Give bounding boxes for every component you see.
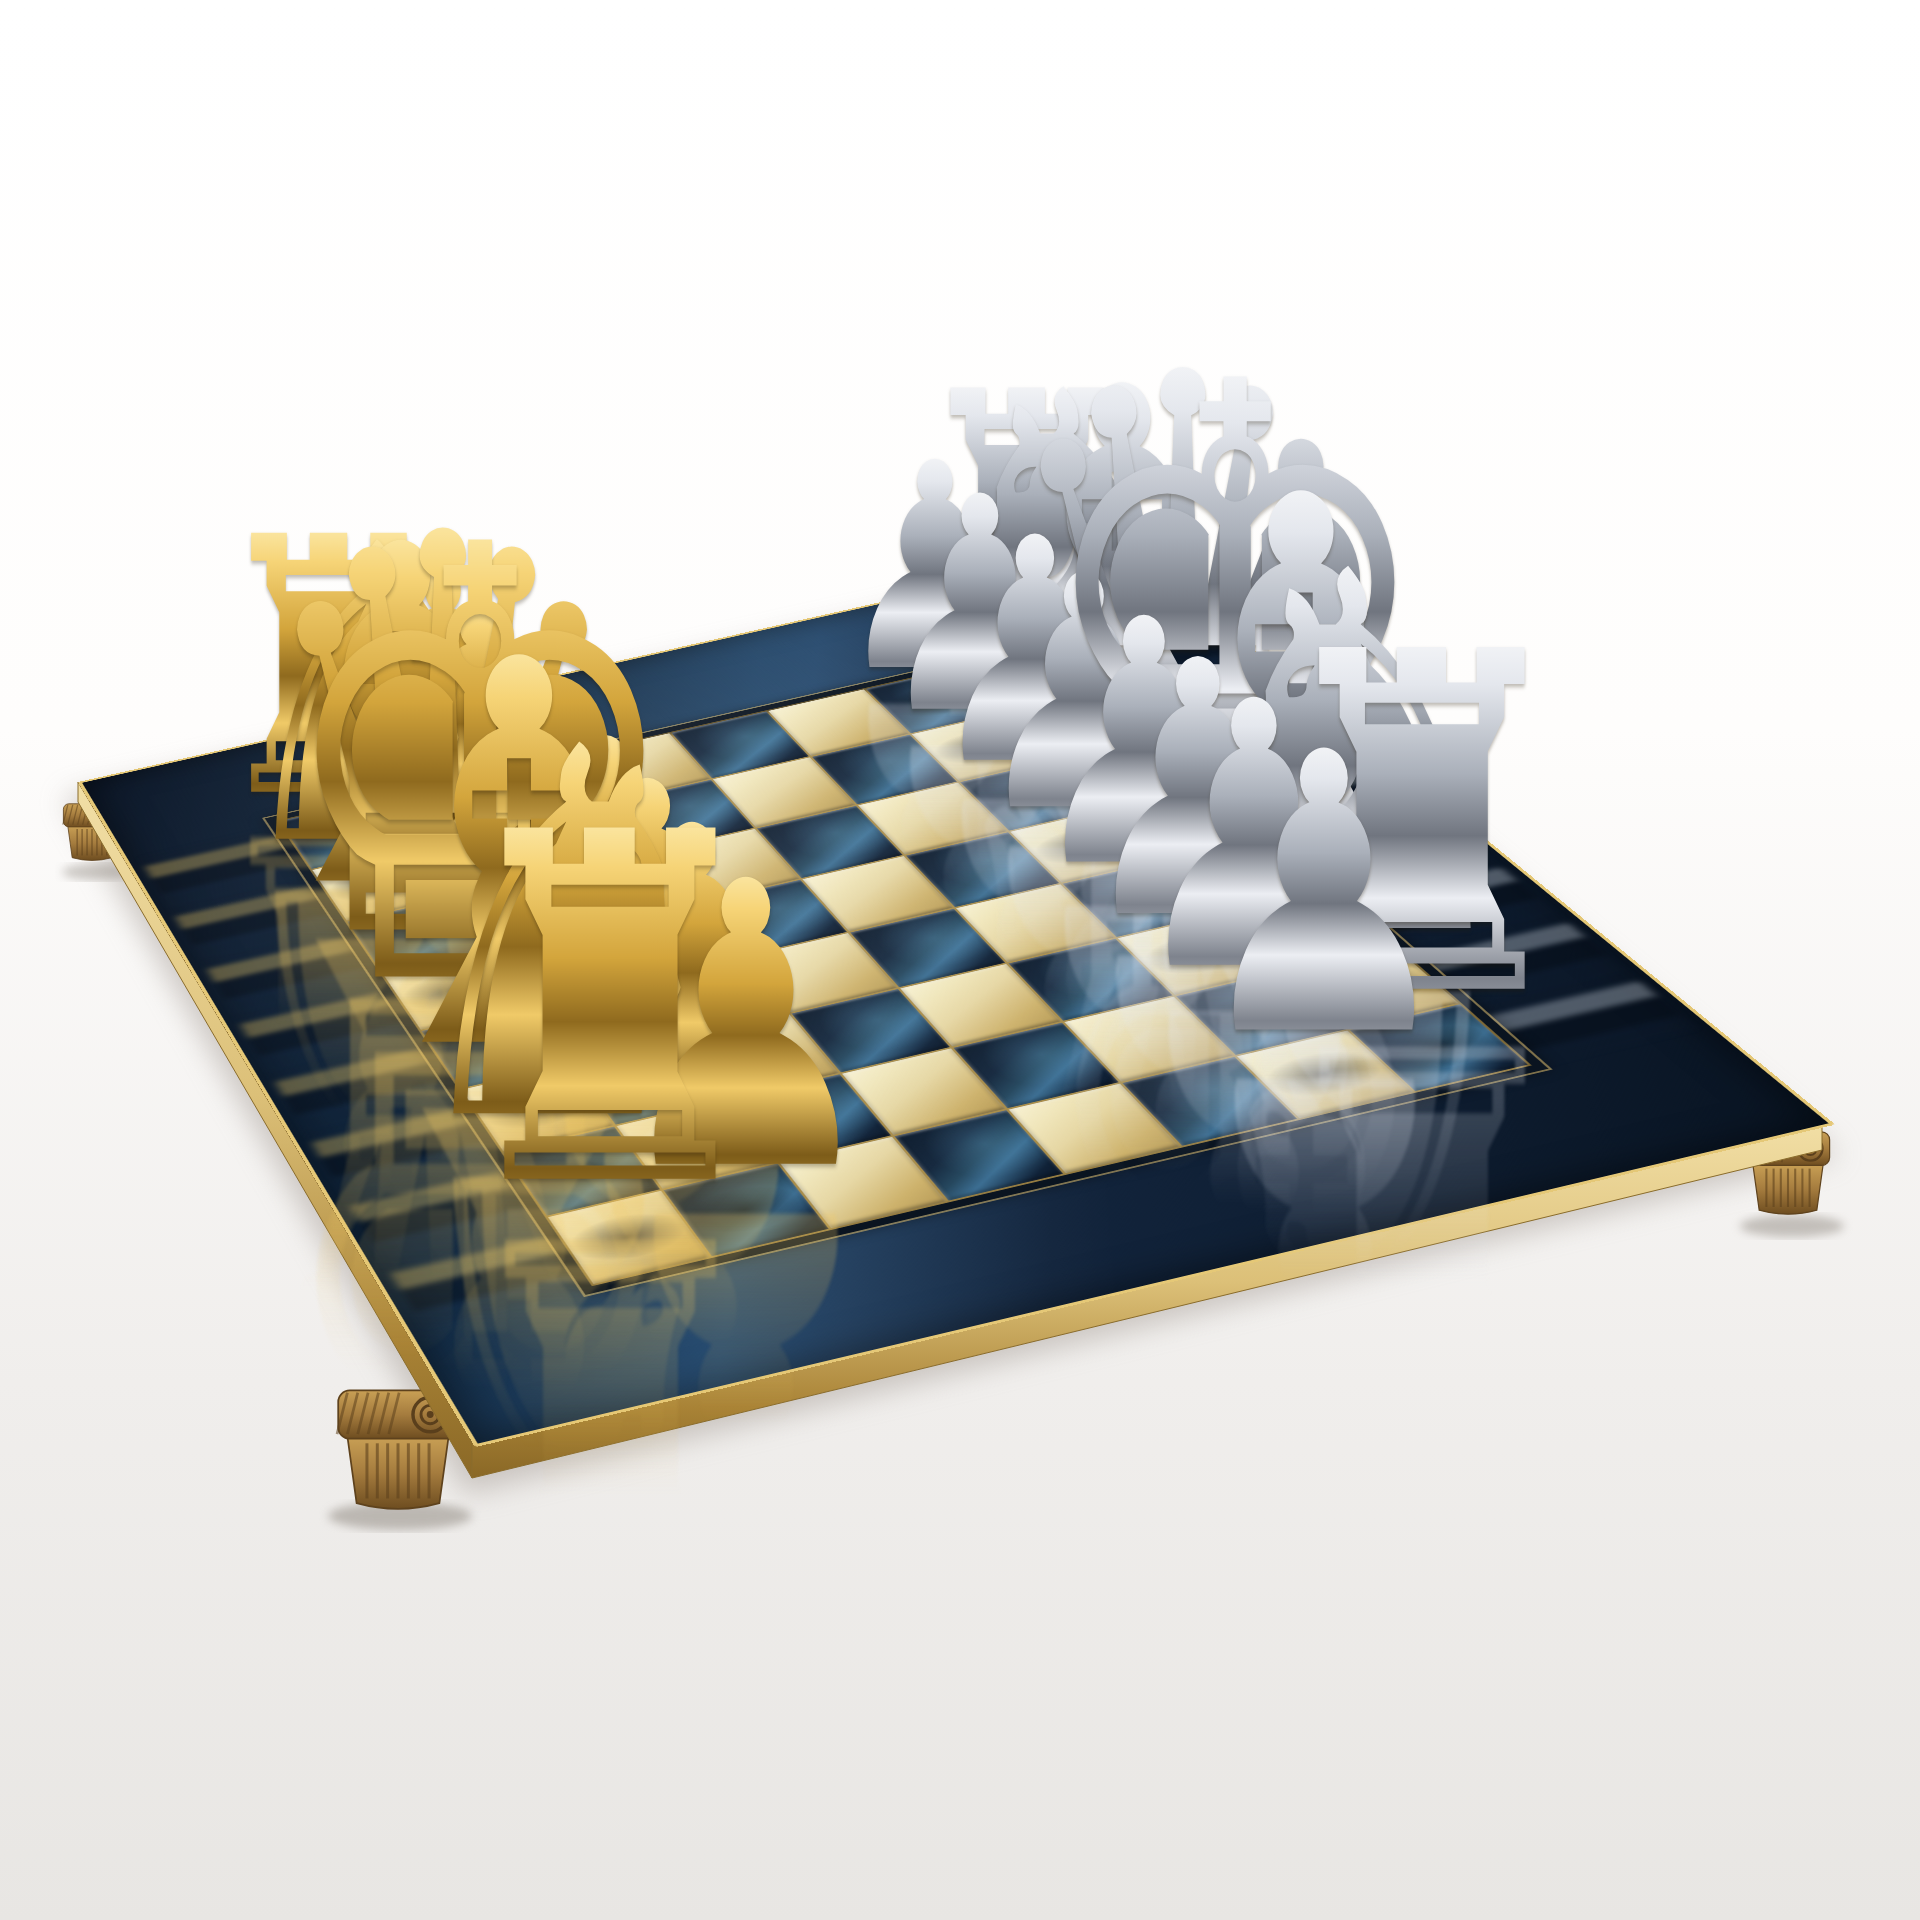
foot-shadow (1740, 1215, 1844, 1237)
piece-silver-pawn-h7[interactable]: ♟♟ (1151, 713, 1497, 1080)
piece-glyph: ♟ (1190, 713, 1460, 1080)
piece-gold-rook-h1[interactable]: ♜♜ (395, 785, 826, 1242)
piece-glyph: ♜ (442, 785, 778, 1242)
product-photo-scene: ♜♜♞♞♝♝♛♛♚♚♝♝♞♞♜♜♟♟♟♟♟♟♟♟♟♟♟♟♟♟♟♟♟♟♟♟♟♟♟♟… (0, 0, 1920, 1920)
